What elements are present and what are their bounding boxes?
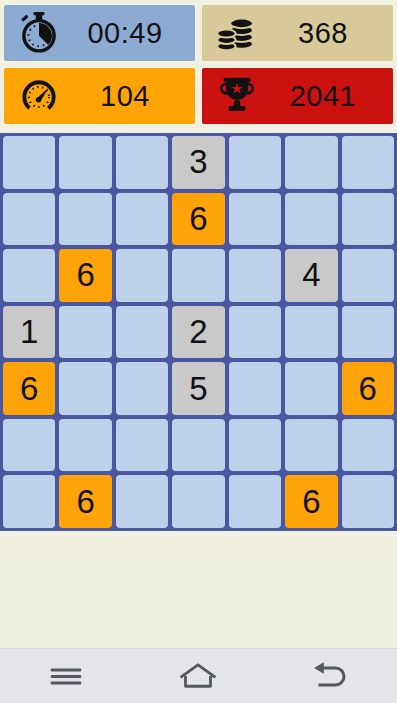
board-cell-r3c7[interactable] bbox=[342, 249, 394, 302]
board-cell-r2c1[interactable] bbox=[3, 193, 55, 246]
nav-home-button[interactable] bbox=[153, 654, 243, 698]
board-cell-r7c6[interactable]: 6 bbox=[285, 475, 337, 528]
board-cell-r1c3[interactable] bbox=[116, 136, 168, 189]
board-cell-r1c4[interactable]: 3 bbox=[172, 136, 224, 189]
board-cell-r4c3[interactable] bbox=[116, 306, 168, 359]
android-navbar bbox=[0, 648, 397, 703]
board-cell-r1c2[interactable] bbox=[59, 136, 111, 189]
board-cell-r7c5[interactable] bbox=[229, 475, 281, 528]
stopwatch-icon bbox=[17, 11, 61, 55]
board-cell-r3c3[interactable] bbox=[116, 249, 168, 302]
board-cell-r1c5[interactable] bbox=[229, 136, 281, 189]
board-cell-r1c7[interactable] bbox=[342, 136, 394, 189]
speed-panel: 104 bbox=[4, 68, 195, 124]
board-cell-r6c3[interactable] bbox=[116, 419, 168, 472]
bottom-spacer bbox=[0, 531, 397, 648]
board-cell-r7c7[interactable] bbox=[342, 475, 394, 528]
board-cell-r4c4[interactable]: 2 bbox=[172, 306, 224, 359]
board-cell-r6c2[interactable] bbox=[59, 419, 111, 472]
trophy-panel: 2041 bbox=[202, 68, 393, 124]
board-cell-r3c2[interactable]: 6 bbox=[59, 249, 111, 302]
board-cell-r5c1[interactable]: 6 bbox=[3, 362, 55, 415]
board-cell-r3c4[interactable] bbox=[172, 249, 224, 302]
board-cell-r4c5[interactable] bbox=[229, 306, 281, 359]
board-cell-r5c2[interactable] bbox=[59, 362, 111, 415]
home-icon bbox=[176, 659, 220, 693]
board-cell-r4c7[interactable] bbox=[342, 306, 394, 359]
board-cell-r5c3[interactable] bbox=[116, 362, 168, 415]
board-cell-r7c3[interactable] bbox=[116, 475, 168, 528]
board-cell-r5c7[interactable]: 6 bbox=[342, 362, 394, 415]
board-cell-r3c5[interactable] bbox=[229, 249, 281, 302]
speed-value: 104 bbox=[61, 80, 195, 113]
board-cell-r7c4[interactable] bbox=[172, 475, 224, 528]
board-cell-r4c1[interactable]: 1 bbox=[3, 306, 55, 359]
board-cell-r2c6[interactable] bbox=[285, 193, 337, 246]
board-cell-r3c1[interactable] bbox=[3, 249, 55, 302]
board-cell-r2c2[interactable] bbox=[59, 193, 111, 246]
board-cell-r2c4[interactable]: 6 bbox=[172, 193, 224, 246]
nav-back-button[interactable] bbox=[286, 654, 376, 698]
board-cell-r6c7[interactable] bbox=[342, 419, 394, 472]
board-cell-r1c1[interactable] bbox=[3, 136, 55, 189]
board: 36641265666 bbox=[0, 133, 397, 531]
coins-icon bbox=[215, 11, 259, 55]
hud: 00:49 368 104 bbox=[0, 0, 397, 124]
board-cell-r5c4[interactable]: 5 bbox=[172, 362, 224, 415]
trophy-icon bbox=[215, 74, 259, 118]
back-icon bbox=[309, 659, 353, 693]
coins-value: 368 bbox=[259, 17, 393, 50]
board-cell-r6c1[interactable] bbox=[3, 419, 55, 472]
board-cell-r5c6[interactable] bbox=[285, 362, 337, 415]
board-cell-r7c1[interactable] bbox=[3, 475, 55, 528]
board-cell-r2c7[interactable] bbox=[342, 193, 394, 246]
board-cell-r4c6[interactable] bbox=[285, 306, 337, 359]
board-cell-r2c5[interactable] bbox=[229, 193, 281, 246]
board-cell-r1c6[interactable] bbox=[285, 136, 337, 189]
speedometer-icon bbox=[17, 74, 61, 118]
board-cell-r4c2[interactable] bbox=[59, 306, 111, 359]
board-cell-r5c5[interactable] bbox=[229, 362, 281, 415]
timer-value: 00:49 bbox=[61, 17, 195, 50]
coins-panel: 368 bbox=[202, 5, 393, 61]
board-cell-r6c5[interactable] bbox=[229, 419, 281, 472]
board-cell-r3c6[interactable]: 4 bbox=[285, 249, 337, 302]
nav-menu-button[interactable] bbox=[21, 654, 111, 698]
board-cell-r2c3[interactable] bbox=[116, 193, 168, 246]
menu-icon bbox=[44, 659, 88, 693]
board-cell-r6c6[interactable] bbox=[285, 419, 337, 472]
board-cell-r6c4[interactable] bbox=[172, 419, 224, 472]
board-cell-r7c2[interactable]: 6 bbox=[59, 475, 111, 528]
timer-panel: 00:49 bbox=[4, 5, 195, 61]
trophy-value: 2041 bbox=[259, 80, 393, 113]
